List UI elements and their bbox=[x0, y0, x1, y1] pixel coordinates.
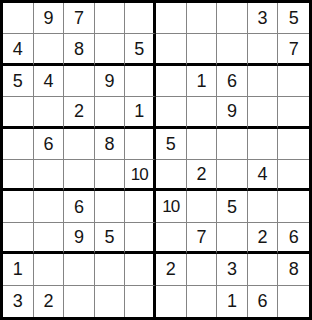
cell-r10c4[interactable] bbox=[95, 286, 126, 317]
cell-r5c10[interactable] bbox=[278, 129, 309, 160]
cell-r2c1[interactable]: 4 bbox=[3, 34, 34, 65]
cell-r5c6[interactable]: 5 bbox=[156, 129, 187, 160]
cell-r7c9[interactable] bbox=[248, 191, 279, 222]
cell-r1c8[interactable] bbox=[217, 3, 248, 34]
cell-r6c5[interactable]: 10 bbox=[125, 160, 156, 191]
cell-r9c6[interactable]: 2 bbox=[156, 254, 187, 285]
cell-r1c6[interactable] bbox=[156, 3, 187, 34]
cell-r5c9[interactable] bbox=[248, 129, 279, 160]
cell-r1c3[interactable]: 7 bbox=[64, 3, 95, 34]
cell-r1c7[interactable] bbox=[187, 3, 218, 34]
cell-r6c1[interactable] bbox=[3, 160, 34, 191]
cell-r6c4[interactable] bbox=[95, 160, 126, 191]
cell-r9c10[interactable]: 8 bbox=[278, 254, 309, 285]
cell-r9c2[interactable] bbox=[34, 254, 65, 285]
cell-r7c2[interactable] bbox=[34, 191, 65, 222]
cell-r6c6[interactable] bbox=[156, 160, 187, 191]
cell-r8c7[interactable]: 7 bbox=[187, 223, 218, 254]
cell-r9c5[interactable] bbox=[125, 254, 156, 285]
cell-r4c4[interactable] bbox=[95, 97, 126, 128]
cell-r10c9[interactable]: 6 bbox=[248, 286, 279, 317]
cell-r7c6[interactable]: 10 bbox=[156, 191, 187, 222]
cell-r4c2[interactable] bbox=[34, 97, 65, 128]
sudoku-board: 9735485754916219685102461059572612383216 bbox=[0, 0, 312, 320]
cell-r5c1[interactable] bbox=[3, 129, 34, 160]
cell-r1c4[interactable] bbox=[95, 3, 126, 34]
cell-r3c1[interactable]: 5 bbox=[3, 66, 34, 97]
cell-r8c3[interactable]: 9 bbox=[64, 223, 95, 254]
cell-r5c5[interactable] bbox=[125, 129, 156, 160]
cell-r10c5[interactable] bbox=[125, 286, 156, 317]
cell-r8c10[interactable]: 6 bbox=[278, 223, 309, 254]
cell-r6c7[interactable]: 2 bbox=[187, 160, 218, 191]
cell-r1c5[interactable] bbox=[125, 3, 156, 34]
cell-r4c8[interactable]: 9 bbox=[217, 97, 248, 128]
cell-r4c10[interactable] bbox=[278, 97, 309, 128]
cell-r5c4[interactable]: 8 bbox=[95, 129, 126, 160]
cell-r2c10[interactable]: 7 bbox=[278, 34, 309, 65]
cell-r6c9[interactable]: 4 bbox=[248, 160, 279, 191]
cell-r7c5[interactable] bbox=[125, 191, 156, 222]
cell-r2c5[interactable]: 5 bbox=[125, 34, 156, 65]
cell-r8c2[interactable] bbox=[34, 223, 65, 254]
cell-r9c8[interactable]: 3 bbox=[217, 254, 248, 285]
cell-r4c9[interactable] bbox=[248, 97, 279, 128]
cell-r8c9[interactable]: 2 bbox=[248, 223, 279, 254]
cell-r6c3[interactable] bbox=[64, 160, 95, 191]
cell-r7c10[interactable] bbox=[278, 191, 309, 222]
cell-r10c1[interactable]: 3 bbox=[3, 286, 34, 317]
cell-r2c9[interactable] bbox=[248, 34, 279, 65]
cell-r4c1[interactable] bbox=[3, 97, 34, 128]
cell-r7c8[interactable]: 5 bbox=[217, 191, 248, 222]
cell-r1c2[interactable]: 9 bbox=[34, 3, 65, 34]
cell-r1c1[interactable] bbox=[3, 3, 34, 34]
cell-r9c1[interactable]: 1 bbox=[3, 254, 34, 285]
cell-r10c8[interactable]: 1 bbox=[217, 286, 248, 317]
cell-r3c10[interactable] bbox=[278, 66, 309, 97]
cell-r10c2[interactable]: 2 bbox=[34, 286, 65, 317]
cell-r2c2[interactable] bbox=[34, 34, 65, 65]
cell-r7c3[interactable]: 6 bbox=[64, 191, 95, 222]
cell-r2c6[interactable] bbox=[156, 34, 187, 65]
cell-r10c7[interactable] bbox=[187, 286, 218, 317]
cell-r10c10[interactable] bbox=[278, 286, 309, 317]
cell-r8c6[interactable] bbox=[156, 223, 187, 254]
cell-r2c4[interactable] bbox=[95, 34, 126, 65]
cell-r10c6[interactable] bbox=[156, 286, 187, 317]
cell-r7c4[interactable] bbox=[95, 191, 126, 222]
cell-r7c7[interactable] bbox=[187, 191, 218, 222]
cell-r9c4[interactable] bbox=[95, 254, 126, 285]
cell-r5c3[interactable] bbox=[64, 129, 95, 160]
cell-r10c3[interactable] bbox=[64, 286, 95, 317]
cell-r9c7[interactable] bbox=[187, 254, 218, 285]
cell-r5c2[interactable]: 6 bbox=[34, 129, 65, 160]
cell-r8c1[interactable] bbox=[3, 223, 34, 254]
cell-r9c9[interactable] bbox=[248, 254, 279, 285]
cell-r2c8[interactable] bbox=[217, 34, 248, 65]
cell-r7c1[interactable] bbox=[3, 191, 34, 222]
cell-r5c8[interactable] bbox=[217, 129, 248, 160]
cell-r3c6[interactable] bbox=[156, 66, 187, 97]
cell-r3c2[interactable]: 4 bbox=[34, 66, 65, 97]
cell-r1c9[interactable]: 3 bbox=[248, 3, 279, 34]
cell-r8c4[interactable]: 5 bbox=[95, 223, 126, 254]
cell-r8c8[interactable] bbox=[217, 223, 248, 254]
cell-r9c3[interactable] bbox=[64, 254, 95, 285]
cell-r6c8[interactable] bbox=[217, 160, 248, 191]
cell-r3c3[interactable] bbox=[64, 66, 95, 97]
cell-r3c8[interactable]: 6 bbox=[217, 66, 248, 97]
cell-r1c10[interactable]: 5 bbox=[278, 3, 309, 34]
cell-r3c4[interactable]: 9 bbox=[95, 66, 126, 97]
cell-r3c5[interactable] bbox=[125, 66, 156, 97]
sudoku-page: 9735485754916219685102461059572612383216 bbox=[0, 0, 312, 320]
cell-r5c7[interactable] bbox=[187, 129, 218, 160]
cell-r4c6[interactable] bbox=[156, 97, 187, 128]
cell-r2c7[interactable] bbox=[187, 34, 218, 65]
cell-r4c5[interactable]: 1 bbox=[125, 97, 156, 128]
cell-r6c10[interactable] bbox=[278, 160, 309, 191]
cell-r4c7[interactable] bbox=[187, 97, 218, 128]
cell-r6c2[interactable] bbox=[34, 160, 65, 191]
cell-r3c9[interactable] bbox=[248, 66, 279, 97]
cell-r8c5[interactable] bbox=[125, 223, 156, 254]
cell-r3c7[interactable]: 1 bbox=[187, 66, 218, 97]
cell-r2c3[interactable]: 8 bbox=[64, 34, 95, 65]
cell-r4c3[interactable]: 2 bbox=[64, 97, 95, 128]
